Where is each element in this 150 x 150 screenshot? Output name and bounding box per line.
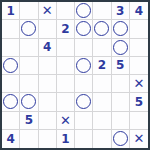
cell-r3c6[interactable] — [93, 39, 111, 57]
cell-r1c5[interactable] — [75, 2, 93, 20]
cell-r2c3[interactable] — [39, 20, 57, 38]
clue-number: 3 — [116, 5, 124, 17]
circle-mark-icon — [76, 58, 91, 73]
cell-r1c4[interactable] — [57, 2, 75, 20]
cell-r1c7: 3 — [112, 2, 130, 20]
cell-r4c1[interactable] — [2, 57, 20, 75]
cell-r5c8[interactable]: ✕ — [130, 75, 148, 93]
cell-r8c6[interactable] — [93, 130, 111, 148]
cell-r3c3: 4 — [39, 39, 57, 57]
cell-r5c6[interactable] — [93, 75, 111, 93]
cell-r1c8: 4 — [130, 2, 148, 20]
cell-r8c7[interactable] — [112, 130, 130, 148]
cell-r1c2[interactable] — [20, 2, 38, 20]
clue-number: 5 — [116, 59, 124, 71]
cell-r2c5[interactable] — [75, 20, 93, 38]
cell-r8c8[interactable]: ✕ — [130, 130, 148, 148]
clue-number: 2 — [98, 59, 106, 71]
cross-mark-icon: ✕ — [133, 132, 144, 145]
cell-r5c4[interactable] — [57, 75, 75, 93]
cell-r1c1: 1 — [2, 2, 20, 20]
cell-r6c6[interactable] — [93, 93, 111, 111]
cell-r2c6[interactable] — [93, 20, 111, 38]
circle-mark-icon — [21, 94, 36, 109]
cross-mark-icon: ✕ — [42, 4, 53, 17]
cell-r3c2[interactable] — [20, 39, 38, 57]
circle-mark-icon — [113, 40, 128, 55]
cell-r6c2[interactable] — [20, 93, 38, 111]
cell-r7c3[interactable] — [39, 112, 57, 130]
cell-r2c4: 2 — [57, 20, 75, 38]
cell-r3c7[interactable] — [112, 39, 130, 57]
cell-r2c1[interactable] — [2, 20, 20, 38]
clue-number: 1 — [6, 5, 14, 17]
circle-mark-icon — [3, 58, 18, 73]
cell-r5c3[interactable] — [39, 75, 57, 93]
cell-r8c4: 1 — [57, 130, 75, 148]
cell-r4c8[interactable] — [130, 57, 148, 75]
cell-r7c4[interactable]: ✕ — [57, 112, 75, 130]
cell-r6c1[interactable] — [2, 93, 20, 111]
cell-r4c4[interactable] — [57, 57, 75, 75]
circle-mark-icon — [76, 3, 91, 18]
cell-r8c3[interactable] — [39, 130, 57, 148]
circle-mark-icon — [113, 131, 128, 146]
clue-number: 1 — [61, 133, 69, 145]
cell-r8c1: 4 — [2, 130, 20, 148]
cell-r3c5[interactable] — [75, 39, 93, 57]
cell-r6c8: 5 — [130, 93, 148, 111]
cell-r3c4[interactable] — [57, 39, 75, 57]
cross-mark-icon: ✕ — [60, 114, 71, 127]
cell-r7c2: 5 — [20, 112, 38, 130]
circle-mark-icon — [113, 21, 128, 36]
cell-r4c7: 5 — [112, 57, 130, 75]
cell-r5c5[interactable] — [75, 75, 93, 93]
cell-r6c7[interactable] — [112, 93, 130, 111]
cell-r8c2[interactable] — [20, 130, 38, 148]
cell-r3c8[interactable] — [130, 39, 148, 57]
cell-r6c3[interactable] — [39, 93, 57, 111]
cell-r1c6[interactable] — [93, 2, 111, 20]
cell-r5c1[interactable] — [2, 75, 20, 93]
circle-mark-icon — [94, 21, 109, 36]
clue-number: 4 — [135, 5, 143, 17]
cell-r7c8[interactable] — [130, 112, 148, 130]
circle-mark-icon — [21, 21, 36, 36]
cell-r6c5[interactable] — [75, 93, 93, 111]
cell-r7c7[interactable] — [112, 112, 130, 130]
cell-r1c3[interactable]: ✕ — [39, 2, 57, 20]
cross-mark-icon: ✕ — [133, 77, 144, 90]
clue-number: 5 — [25, 114, 33, 126]
puzzle-board: 1✕342425✕55✕41✕ — [0, 0, 150, 150]
cell-r4c6: 2 — [93, 57, 111, 75]
cell-r8c5[interactable] — [75, 130, 93, 148]
clue-number: 2 — [61, 23, 69, 35]
cell-r4c5[interactable] — [75, 57, 93, 75]
clue-number: 4 — [43, 41, 51, 53]
cell-r7c6[interactable] — [93, 112, 111, 130]
cell-r2c2[interactable] — [20, 20, 38, 38]
cell-r5c7[interactable] — [112, 75, 130, 93]
cell-r2c8[interactable] — [130, 20, 148, 38]
cell-r7c5[interactable] — [75, 112, 93, 130]
cell-r7c1[interactable] — [2, 112, 20, 130]
circle-mark-icon — [3, 94, 18, 109]
cell-r4c3[interactable] — [39, 57, 57, 75]
clue-number: 4 — [6, 133, 14, 145]
circle-mark-icon — [76, 21, 91, 36]
cell-r2c7[interactable] — [112, 20, 130, 38]
cell-r4c2[interactable] — [20, 57, 38, 75]
clue-number: 5 — [135, 96, 143, 108]
cell-r3c1[interactable] — [2, 39, 20, 57]
circle-mark-icon — [76, 94, 91, 109]
cell-r5c2[interactable] — [20, 75, 38, 93]
cell-r6c4[interactable] — [57, 93, 75, 111]
